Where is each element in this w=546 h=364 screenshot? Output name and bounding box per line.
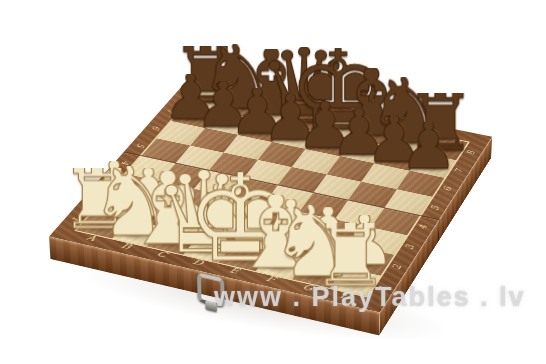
watermark-text: www . PlayTables . lv [214, 282, 526, 313]
chess-board: ABCDEFGH 87654321 87654321 ♜♞♝♛♚♝♞♜♟♟♟♟♟… [49, 76, 492, 312]
piece-white-R-h1: ♜ [265, 223, 436, 289]
product-photo: ABCDEFGH 87654321 87654321 ♜♞♝♛♚♝♞♜♟♟♟♟♟… [0, 0, 546, 364]
